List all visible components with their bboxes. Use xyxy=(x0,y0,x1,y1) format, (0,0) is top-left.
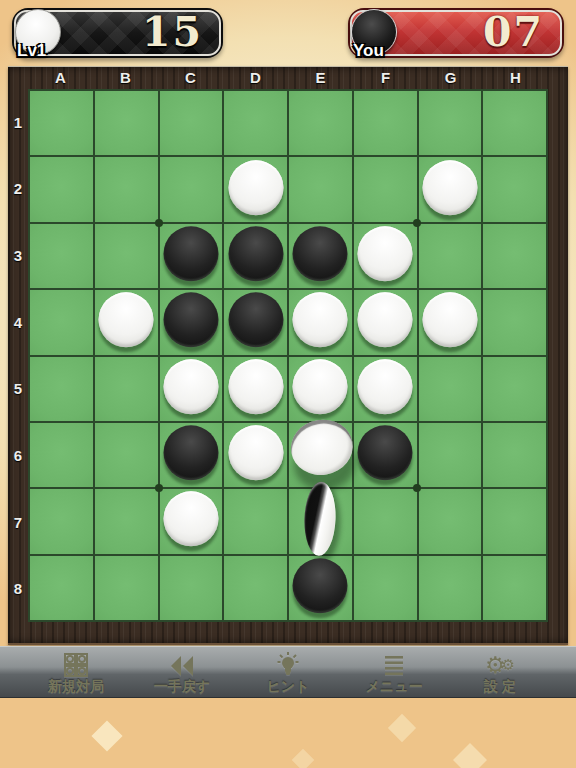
white-disc-C5 xyxy=(163,359,218,414)
black-disc-C6 xyxy=(163,425,218,480)
cell-F1[interactable] xyxy=(354,91,417,155)
cell-G6[interactable] xyxy=(419,423,482,487)
star-point-bottom-right xyxy=(413,484,421,492)
cell-H7[interactable] xyxy=(483,489,546,553)
player-label: You xyxy=(353,41,384,61)
cell-C1[interactable] xyxy=(160,91,223,155)
settings-label: 設 定 xyxy=(484,678,516,695)
gears-icon: ⚙⚙ xyxy=(485,650,515,678)
opponent-score: 15 xyxy=(142,10,203,56)
white-disc-F4 xyxy=(358,293,413,348)
column-labels: ABCDEFGH xyxy=(28,67,548,88)
cell-G7[interactable] xyxy=(419,489,482,553)
cell-A8[interactable] xyxy=(30,556,93,620)
undo-move-button[interactable]: 一手戻す xyxy=(132,649,232,695)
cell-F5[interactable] xyxy=(354,357,417,421)
column-label-D: D xyxy=(223,67,288,88)
new-game-label: 新規対局 xyxy=(48,678,104,695)
cell-E4[interactable] xyxy=(289,290,352,354)
opponent-score-pill: 15 Lv1 xyxy=(12,8,223,58)
star-point-top-right xyxy=(413,219,421,227)
othello-board: ABCDEFGH 12345678 xyxy=(8,66,568,645)
cell-E8[interactable] xyxy=(289,556,352,620)
cell-F6[interactable] xyxy=(354,423,417,487)
cell-D5[interactable] xyxy=(224,357,287,421)
column-label-A: A xyxy=(28,67,93,88)
star-point-top-left xyxy=(155,219,163,227)
black-disc-C4 xyxy=(163,293,218,348)
white-disc-D6 xyxy=(228,425,283,480)
column-label-E: E xyxy=(288,67,353,88)
column-label-F: F xyxy=(353,67,418,88)
row-label-5: 5 xyxy=(8,356,28,423)
cell-C6[interactable] xyxy=(160,423,223,487)
cell-G8[interactable] xyxy=(419,556,482,620)
white-disc-G2 xyxy=(422,160,477,215)
opponent-label: Lv1 xyxy=(17,41,46,61)
white-disc-F5 xyxy=(358,359,413,414)
black-disc-C3 xyxy=(163,226,218,281)
cell-E1[interactable] xyxy=(289,91,352,155)
cell-E6[interactable] xyxy=(289,423,352,487)
cell-C3[interactable] xyxy=(160,224,223,288)
column-label-B: B xyxy=(93,67,158,88)
black-disc-E8 xyxy=(293,558,348,613)
rewind-icon xyxy=(169,650,195,678)
settings-button[interactable]: ⚙⚙ 設 定 xyxy=(450,649,550,695)
cell-H5[interactable] xyxy=(483,357,546,421)
cell-A3[interactable] xyxy=(30,224,93,288)
cell-C4[interactable] xyxy=(160,290,223,354)
cell-B3[interactable] xyxy=(95,224,158,288)
white-disc-F3 xyxy=(358,226,413,281)
cell-A2[interactable] xyxy=(30,157,93,221)
menu-lines-icon xyxy=(382,650,406,678)
cell-D1[interactable] xyxy=(224,91,287,155)
row-label-8: 8 xyxy=(8,555,28,622)
row-label-1: 1 xyxy=(8,89,28,156)
menu-label: メニュー xyxy=(366,678,423,695)
cell-B8[interactable] xyxy=(95,556,158,620)
cell-E5[interactable] xyxy=(289,357,352,421)
background-diamond xyxy=(453,743,487,768)
cell-G3[interactable] xyxy=(419,224,482,288)
player-score-pill: 07 You xyxy=(348,8,564,58)
row-label-6: 6 xyxy=(8,422,28,489)
cell-E2[interactable] xyxy=(289,157,352,221)
cell-B4[interactable] xyxy=(95,290,158,354)
column-label-C: C xyxy=(158,67,223,88)
new-game-button[interactable]: 新規対局 xyxy=(26,649,126,695)
cell-A7[interactable] xyxy=(30,489,93,553)
cell-B2[interactable] xyxy=(95,157,158,221)
cell-B6[interactable] xyxy=(95,423,158,487)
black-disc-F6 xyxy=(358,425,413,480)
new-game-board-icon xyxy=(63,650,89,678)
row-label-3: 3 xyxy=(8,222,28,289)
cell-B5[interactable] xyxy=(95,357,158,421)
cell-G5[interactable] xyxy=(419,357,482,421)
cell-C7[interactable] xyxy=(160,489,223,553)
cell-A1[interactable] xyxy=(30,91,93,155)
column-label-H: H xyxy=(483,67,548,88)
bottom-toolbar: 新規対局 一手戻す ヒント xyxy=(0,646,576,698)
background-diamond xyxy=(91,720,122,751)
cell-B7[interactable] xyxy=(95,489,158,553)
cell-A6[interactable] xyxy=(30,423,93,487)
black-disc-D4 xyxy=(228,293,283,348)
cell-F2[interactable] xyxy=(354,157,417,221)
white-disc-E4 xyxy=(293,293,348,348)
undo-move-label: 一手戻す xyxy=(154,678,210,695)
cell-F3[interactable] xyxy=(354,224,417,288)
cell-H4[interactable] xyxy=(483,290,546,354)
board-grid xyxy=(28,89,548,622)
cell-F8[interactable] xyxy=(354,556,417,620)
cell-H3[interactable] xyxy=(483,224,546,288)
row-label-7: 7 xyxy=(8,489,28,556)
cell-D3[interactable] xyxy=(224,224,287,288)
cell-G1[interactable] xyxy=(419,91,482,155)
cell-H8[interactable] xyxy=(483,556,546,620)
cell-D6[interactable] xyxy=(224,423,287,487)
white-disc-D5 xyxy=(228,359,283,414)
cell-F4[interactable] xyxy=(354,290,417,354)
cell-C8[interactable] xyxy=(160,556,223,620)
cell-D8[interactable] xyxy=(224,556,287,620)
background-diamond xyxy=(292,749,315,768)
black-disc-E3 xyxy=(293,226,348,281)
row-label-2: 2 xyxy=(8,156,28,223)
menu-button[interactable]: メニュー xyxy=(344,649,444,695)
star-point-bottom-left xyxy=(155,484,163,492)
cell-D2[interactable] xyxy=(224,157,287,221)
cell-H2[interactable] xyxy=(483,157,546,221)
white-disc-C7 xyxy=(163,492,218,547)
cell-G2[interactable] xyxy=(419,157,482,221)
flipping-disc-E7 xyxy=(304,482,338,557)
cell-H1[interactable] xyxy=(483,91,546,155)
column-label-G: G xyxy=(418,67,483,88)
cell-A4[interactable] xyxy=(30,290,93,354)
cell-B1[interactable] xyxy=(95,91,158,155)
cell-E7[interactable] xyxy=(289,489,352,553)
row-label-4: 4 xyxy=(8,289,28,356)
cell-G4[interactable] xyxy=(419,290,482,354)
lightbulb-icon xyxy=(275,650,301,678)
cell-A5[interactable] xyxy=(30,357,93,421)
white-disc-B4 xyxy=(99,293,154,348)
cell-C5[interactable] xyxy=(160,357,223,421)
cell-D7[interactable] xyxy=(224,489,287,553)
hint-label: ヒント xyxy=(267,678,310,695)
hint-button[interactable]: ヒント xyxy=(238,649,338,695)
black-disc-D3 xyxy=(228,226,283,281)
white-disc-G4 xyxy=(422,293,477,348)
player-score: 07 xyxy=(483,10,544,56)
white-disc-E6 xyxy=(287,415,358,480)
background-diamond xyxy=(388,714,416,742)
white-disc-E5 xyxy=(293,359,348,414)
cell-F7[interactable] xyxy=(354,489,417,553)
cell-H6[interactable] xyxy=(483,423,546,487)
cell-C2[interactable] xyxy=(160,157,223,221)
white-disc-D2 xyxy=(228,160,283,215)
row-labels: 12345678 xyxy=(8,89,28,622)
cell-D4[interactable] xyxy=(224,290,287,354)
cell-E3[interactable] xyxy=(289,224,352,288)
